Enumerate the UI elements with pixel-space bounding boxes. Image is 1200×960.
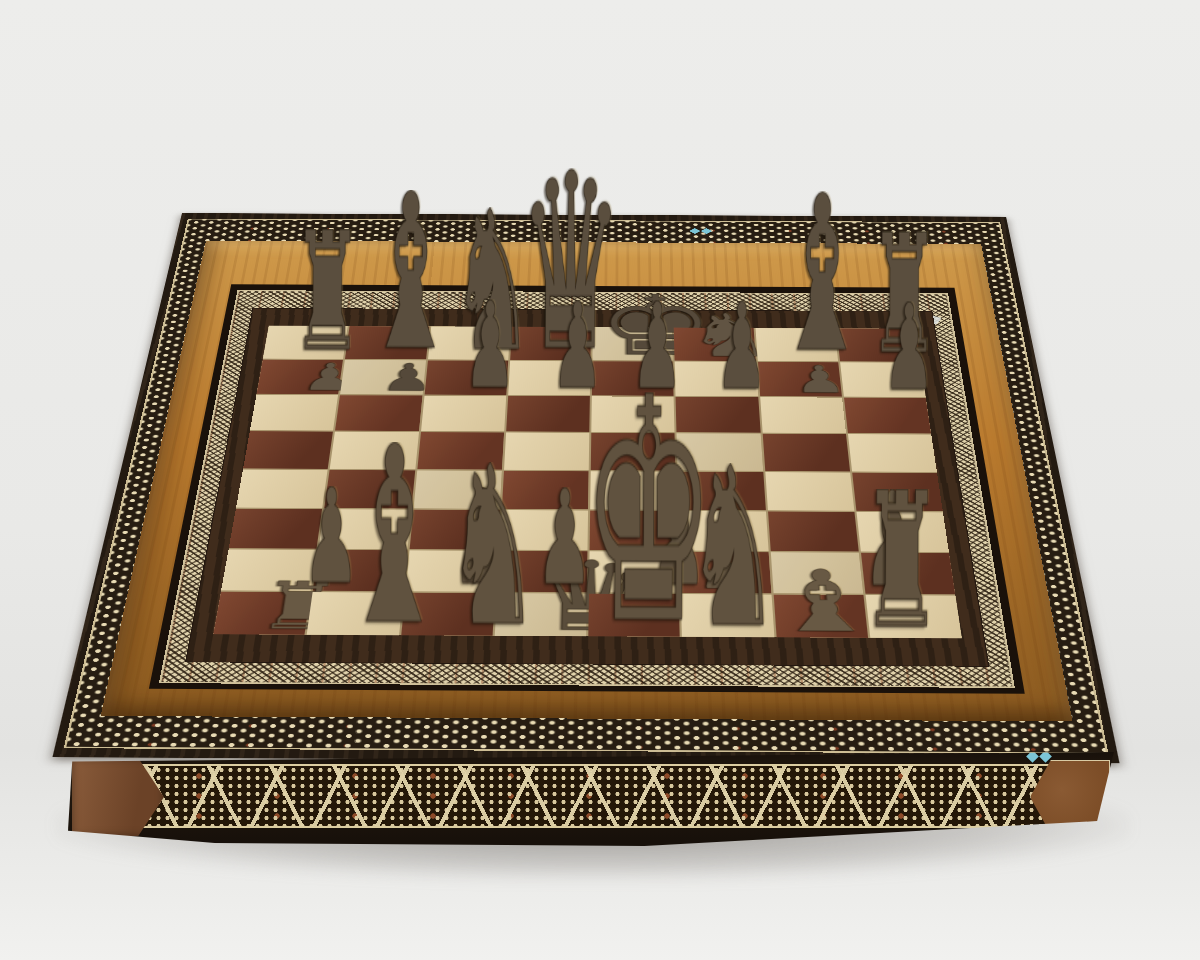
square-h1[interactable]: ♜ xyxy=(865,595,961,638)
square-a6[interactable] xyxy=(250,395,338,431)
flower-mosaic-band: ♜♝♞♛♚♞♝♜♟♟♟♟♟♟♟♟♟♟♟♟♟♟♜♝♞♛♚♞♝♜ xyxy=(64,219,1109,755)
square-h7[interactable]: ♟ xyxy=(840,362,926,397)
piece-white-rook[interactable]: ♜ xyxy=(861,489,943,636)
recess-shadow: ♜♝♞♛♚♞♝♜♟♟♟♟♟♟♟♟♟♟♟♟♟♟♜♝♞♛♚♞♝♜ xyxy=(149,284,1025,693)
square-h6[interactable] xyxy=(844,398,931,434)
square-g1[interactable]: ♝ xyxy=(773,595,868,638)
geometric-mosaic-band: ♜♝♞♛♚♞♝♜♟♟♟♟♟♟♟♟♟♟♟♟♟♟♜♝♞♛♚♞♝♜ xyxy=(159,290,1015,688)
piece-black-bishop[interactable]: ♝ xyxy=(775,191,868,359)
piece-black-pawn[interactable]: ♟ xyxy=(793,365,847,395)
square-a1[interactable]: ♜ xyxy=(213,592,310,635)
square-d7[interactable]: ♟ xyxy=(508,361,590,396)
piece-black-bishop[interactable]: ♝ xyxy=(364,190,457,358)
turquoise-inlay-icon xyxy=(701,228,712,234)
front-lattice-band xyxy=(82,764,1100,828)
piece-white-bishop[interactable]: ♝ xyxy=(342,442,448,633)
turquoise-inlay-icon xyxy=(689,228,700,234)
piece-black-rook[interactable]: ♜ xyxy=(292,228,363,357)
piece-black-pawn[interactable]: ♟ xyxy=(883,302,935,396)
chess-board-box: ♜♝♞♛♚♞♝♜♟♟♟♟♟♟♟♟♟♟♟♟♟♟♜♝♞♛♚♞♝♜ xyxy=(52,213,1119,763)
board-surround: ♜♝♞♛♚♞♝♜♟♟♟♟♟♟♟♟♟♟♟♟♟♟♜♝♞♛♚♞♝♜ xyxy=(185,308,989,667)
square-e1[interactable]: ♚ xyxy=(588,594,680,637)
square-g3[interactable] xyxy=(767,511,858,551)
square-g7[interactable]: ♟ xyxy=(757,362,841,397)
chessboard-grid: ♜♝♞♛♚♞♝♜♟♟♟♟♟♟♟♟♟♟♟♟♟♟♜♝♞♛♚♞♝♜ xyxy=(213,326,962,639)
photo-scene: ♜♝♞♛♚♞♝♜♟♟♟♟♟♟♟♟♟♟♟♟♟♟♜♝♞♛♚♞♝♜ xyxy=(0,0,1200,960)
outer-edge-frame: ♜♝♞♛♚♞♝♜♟♟♟♟♟♟♟♟♟♟♟♟♟♟♜♝♞♛♚♞♝♜ xyxy=(52,213,1119,763)
square-a7[interactable]: ♟ xyxy=(257,360,344,395)
square-b1[interactable]: ♝ xyxy=(307,592,403,635)
piece-white-knight[interactable]: ♞ xyxy=(445,461,541,633)
square-f1[interactable]: ♞ xyxy=(681,594,774,637)
piece-white-knight[interactable]: ♞ xyxy=(685,463,781,635)
wood-slope-frame: ♜♝♞♛♚♞♝♜♟♟♟♟♟♟♟♟♟♟♟♟♟♟♜♝♞♛♚♞♝♜ xyxy=(101,241,1073,722)
square-b7[interactable]: ♟ xyxy=(340,360,425,395)
square-a8[interactable]: ♜ xyxy=(263,326,348,359)
piece-black-pawn[interactable]: ♟ xyxy=(715,301,767,394)
square-c7[interactable]: ♟ xyxy=(424,360,508,395)
piece-black-pawn[interactable]: ♟ xyxy=(464,300,516,393)
